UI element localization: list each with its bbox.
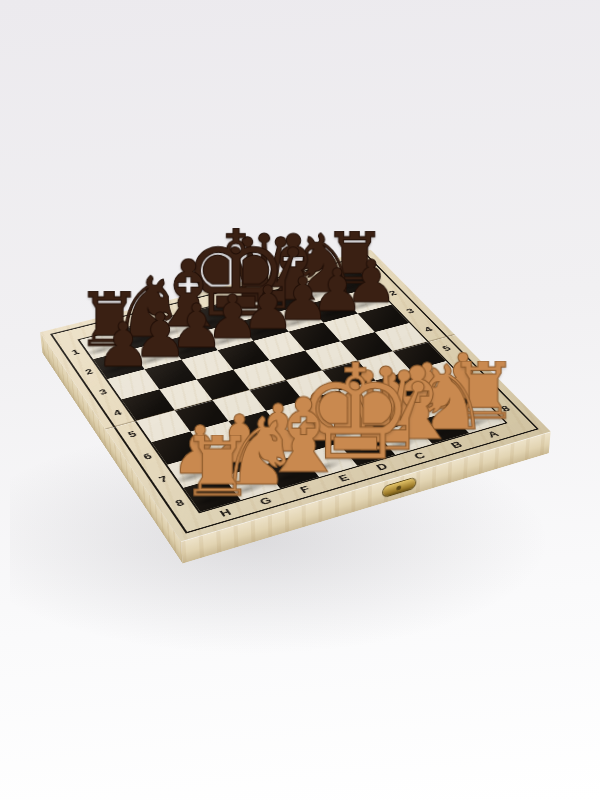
scene: 1234567812345678HGFEDCBA ♜♞♝♚♛♝♞♜♟♟♟♟♟♟♟… xyxy=(0,0,600,800)
piece-light-rook-h8[interactable]: ♜ xyxy=(178,435,256,501)
pieces-layer: ♜♞♝♚♛♝♞♜♟♟♟♟♟♟♟♟♟♟♟♟♟♟♟♟♜♞♝♚♛♝♞♜ xyxy=(40,250,550,541)
chess-board: 1234567812345678HGFEDCBA ♜♞♝♚♛♝♞♜♟♟♟♟♟♟♟… xyxy=(40,250,550,541)
piece-dark-pawn-h2[interactable]: ♟ xyxy=(87,320,158,370)
